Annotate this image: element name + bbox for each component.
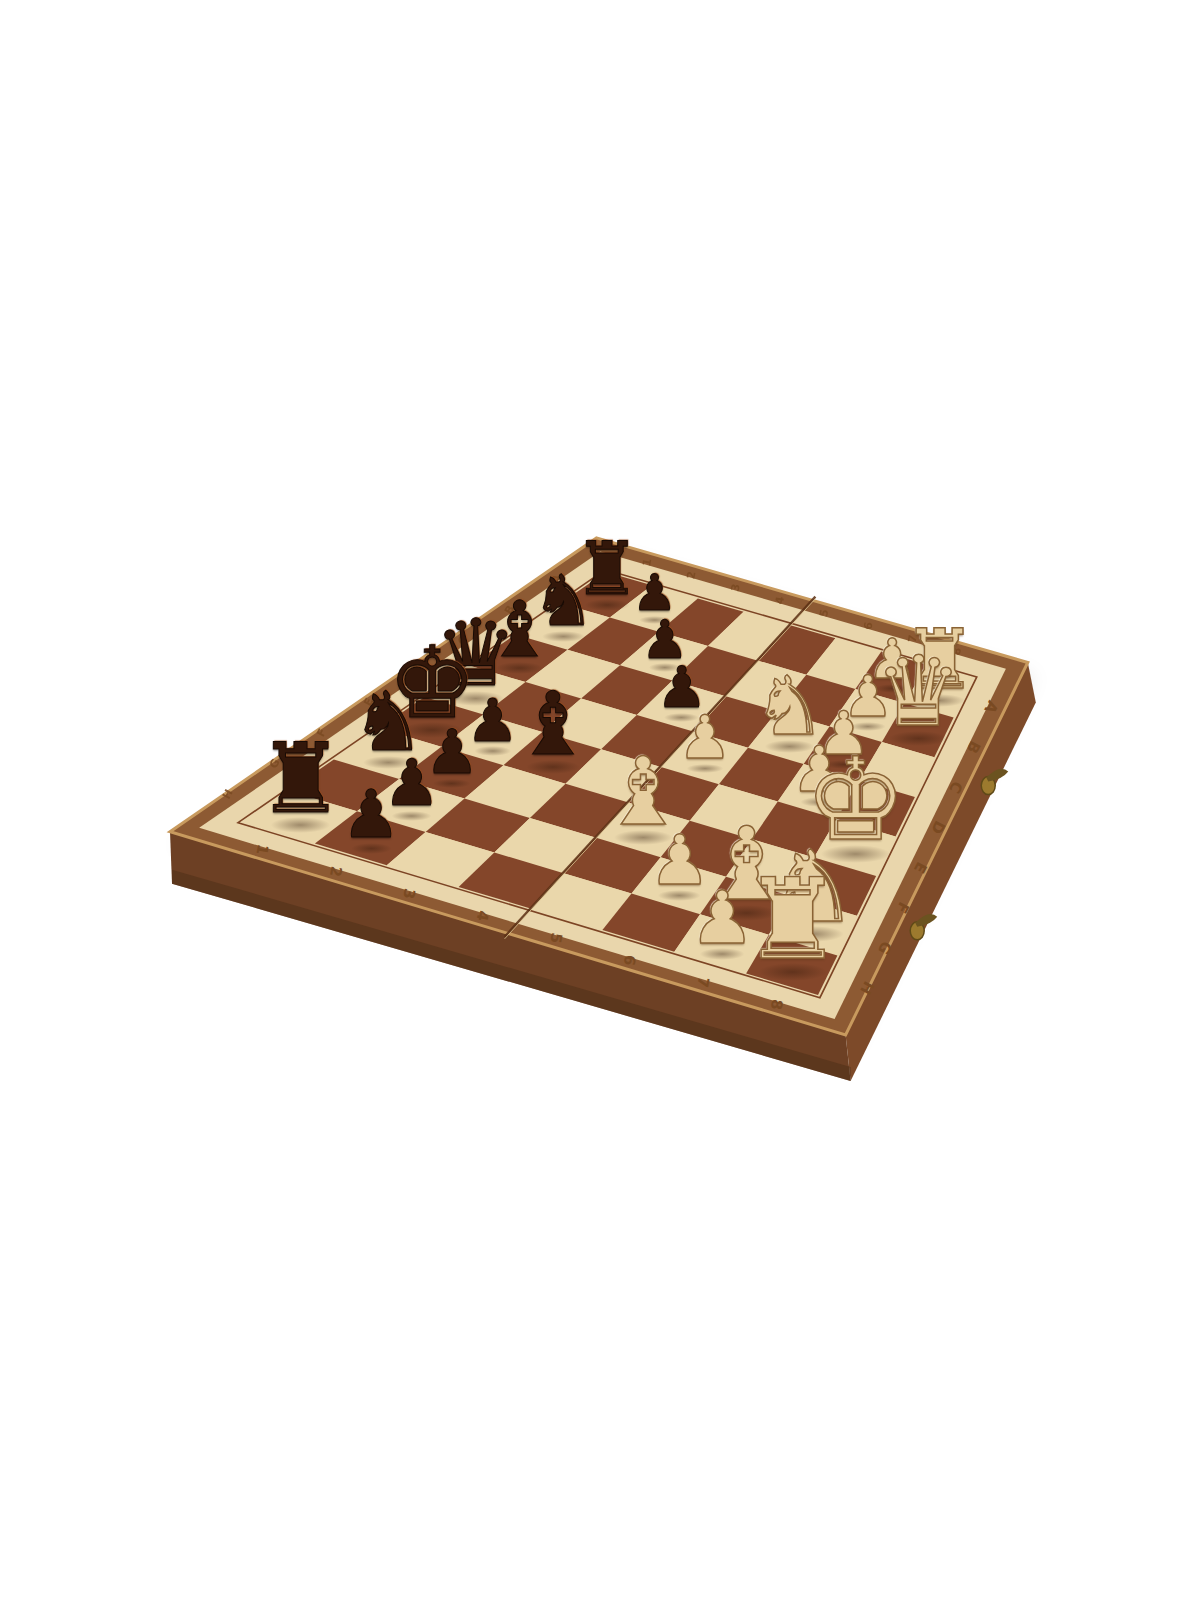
dark-bishop-e3[interactable]: ♝ [514, 681, 592, 768]
light-queen-b8[interactable]: ♛ [875, 643, 962, 740]
rook-glyph: ♜ [257, 730, 344, 827]
light-pawn-d5[interactable]: ♟ [678, 707, 732, 767]
piece-shadow [271, 817, 331, 833]
dark-rook-h1[interactable]: ♜ [257, 730, 344, 827]
piece-shadow [526, 760, 580, 774]
rook-glyph: ♜ [742, 863, 842, 975]
piece-shadow [686, 764, 723, 774]
dark-pawn-h2[interactable]: ♟ [341, 782, 400, 848]
piece-shadow [700, 948, 745, 960]
photo-canvas: 1122334455667788AABBCCDDEEFFGGHH ♜♟♞♟♝♟♛… [0, 0, 1200, 1600]
pawn-glyph: ♟ [341, 782, 400, 848]
piece-shadow [351, 843, 392, 854]
light-rook-h8[interactable]: ♜ [742, 863, 842, 975]
queen-glyph: ♛ [875, 643, 962, 740]
piece-shadow [758, 963, 827, 981]
chess-board: 1122334455667788AABBCCDDEEFFGGHH [0, 0, 1200, 1600]
pawn-glyph: ♟ [678, 707, 732, 767]
bishop-glyph: ♝ [514, 681, 592, 768]
